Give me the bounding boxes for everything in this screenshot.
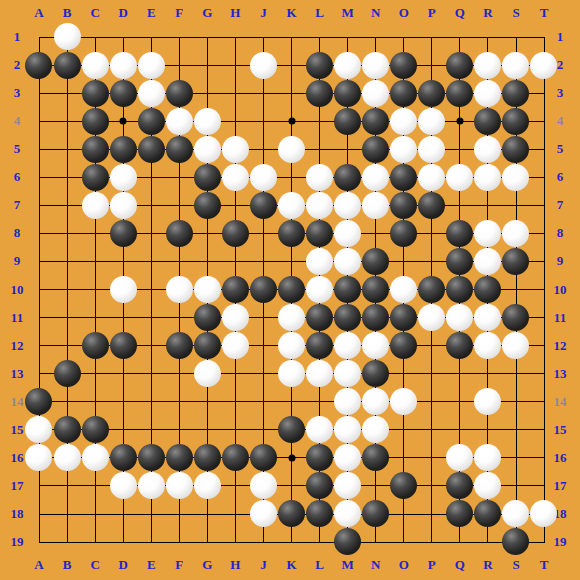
cell-B18[interactable]	[53, 500, 81, 528]
cell-C1[interactable]	[81, 23, 109, 51]
cell-A14[interactable]	[25, 388, 53, 416]
stone-white-L6[interactable]	[306, 164, 333, 191]
cell-K6[interactable]	[277, 163, 305, 191]
stone-white-N3[interactable]	[362, 80, 389, 107]
cell-P10[interactable]	[418, 275, 446, 303]
cell-O4[interactable]	[390, 107, 418, 135]
cell-N19[interactable]	[362, 528, 390, 556]
cell-F14[interactable]	[165, 388, 193, 416]
cell-L3[interactable]	[305, 79, 333, 107]
cell-H8[interactable]	[221, 219, 249, 247]
cell-S12[interactable]	[502, 331, 530, 359]
stone-white-Q16[interactable]	[446, 444, 473, 471]
stone-white-O4[interactable]	[390, 108, 417, 135]
cell-Q4[interactable]	[446, 107, 474, 135]
cell-J8[interactable]	[249, 219, 277, 247]
cell-L17[interactable]	[305, 472, 333, 500]
cell-B5[interactable]	[53, 135, 81, 163]
cell-B11[interactable]	[53, 303, 81, 331]
cell-G16[interactable]	[193, 444, 221, 472]
stone-white-C16[interactable]	[82, 444, 109, 471]
cell-T14[interactable]	[530, 388, 558, 416]
cell-N11[interactable]	[362, 303, 390, 331]
stone-black-F3[interactable]	[166, 80, 193, 107]
cell-M7[interactable]	[333, 191, 361, 219]
cell-G2[interactable]	[193, 51, 221, 79]
cell-F10[interactable]	[165, 275, 193, 303]
cell-O19[interactable]	[390, 528, 418, 556]
cell-O7[interactable]	[390, 191, 418, 219]
cell-N7[interactable]	[362, 191, 390, 219]
cell-E7[interactable]	[137, 191, 165, 219]
stone-white-N12[interactable]	[362, 332, 389, 359]
cell-B3[interactable]	[53, 79, 81, 107]
cell-F8[interactable]	[165, 219, 193, 247]
cell-P9[interactable]	[418, 247, 446, 275]
cell-R18[interactable]	[474, 500, 502, 528]
cell-D7[interactable]	[109, 191, 137, 219]
cell-E4[interactable]	[137, 107, 165, 135]
cell-M10[interactable]	[333, 275, 361, 303]
cell-L9[interactable]	[305, 247, 333, 275]
stone-white-N15[interactable]	[362, 416, 389, 443]
stone-white-L13[interactable]	[306, 360, 333, 387]
stone-black-N5[interactable]	[362, 136, 389, 163]
stone-white-J6[interactable]	[250, 164, 277, 191]
cell-O18[interactable]	[390, 500, 418, 528]
stone-black-G11[interactable]	[194, 304, 221, 331]
cell-L2[interactable]	[305, 51, 333, 79]
cell-L5[interactable]	[305, 135, 333, 163]
stone-white-R12[interactable]	[474, 332, 501, 359]
cell-K18[interactable]	[277, 500, 305, 528]
cell-D14[interactable]	[109, 388, 137, 416]
cell-T1[interactable]	[530, 23, 558, 51]
cell-A7[interactable]	[25, 191, 53, 219]
cell-T8[interactable]	[530, 219, 558, 247]
stone-black-C4[interactable]	[82, 108, 109, 135]
cell-C7[interactable]	[81, 191, 109, 219]
stone-black-N16[interactable]	[362, 444, 389, 471]
cell-K8[interactable]	[277, 219, 305, 247]
stone-white-L7[interactable]	[306, 192, 333, 219]
cell-G3[interactable]	[193, 79, 221, 107]
stone-white-N7[interactable]	[362, 192, 389, 219]
stone-black-K8[interactable]	[278, 220, 305, 247]
cell-J14[interactable]	[249, 388, 277, 416]
cell-C3[interactable]	[81, 79, 109, 107]
cell-H15[interactable]	[221, 416, 249, 444]
stone-white-T18[interactable]	[530, 500, 557, 527]
cell-C12[interactable]	[81, 331, 109, 359]
cell-P14[interactable]	[418, 388, 446, 416]
cell-E10[interactable]	[137, 275, 165, 303]
stone-black-P10[interactable]	[418, 276, 445, 303]
cell-S4[interactable]	[502, 107, 530, 135]
stone-white-G10[interactable]	[194, 276, 221, 303]
cell-R14[interactable]	[474, 388, 502, 416]
cell-O10[interactable]	[390, 275, 418, 303]
cell-R9[interactable]	[474, 247, 502, 275]
cell-O1[interactable]	[390, 23, 418, 51]
cell-J5[interactable]	[249, 135, 277, 163]
cell-T19[interactable]	[530, 528, 558, 556]
stone-white-G5[interactable]	[194, 136, 221, 163]
cell-F18[interactable]	[165, 500, 193, 528]
stone-black-M4[interactable]	[334, 108, 361, 135]
cell-O6[interactable]	[390, 163, 418, 191]
cell-F6[interactable]	[165, 163, 193, 191]
cell-F4[interactable]	[165, 107, 193, 135]
cell-D4[interactable]	[109, 107, 137, 135]
cell-P7[interactable]	[418, 191, 446, 219]
stone-black-B2[interactable]	[54, 52, 81, 79]
cell-F3[interactable]	[165, 79, 193, 107]
cell-M18[interactable]	[333, 500, 361, 528]
cell-R17[interactable]	[474, 472, 502, 500]
stone-white-C7[interactable]	[82, 192, 109, 219]
cell-C15[interactable]	[81, 416, 109, 444]
cell-T10[interactable]	[530, 275, 558, 303]
cell-H2[interactable]	[221, 51, 249, 79]
cell-T4[interactable]	[530, 107, 558, 135]
stone-black-D16[interactable]	[110, 444, 137, 471]
stone-white-G4[interactable]	[194, 108, 221, 135]
stone-white-M15[interactable]	[334, 416, 361, 443]
cell-S17[interactable]	[502, 472, 530, 500]
stone-white-C2[interactable]	[82, 52, 109, 79]
cell-Q18[interactable]	[446, 500, 474, 528]
stone-black-M11[interactable]	[334, 304, 361, 331]
cell-B9[interactable]	[53, 247, 81, 275]
cell-C10[interactable]	[81, 275, 109, 303]
stone-black-M10[interactable]	[334, 276, 361, 303]
cell-E6[interactable]	[137, 163, 165, 191]
cell-T17[interactable]	[530, 472, 558, 500]
cell-A16[interactable]	[25, 444, 53, 472]
cell-Q3[interactable]	[446, 79, 474, 107]
cell-G14[interactable]	[193, 388, 221, 416]
cell-Q10[interactable]	[446, 275, 474, 303]
cell-D3[interactable]	[109, 79, 137, 107]
cell-R1[interactable]	[474, 23, 502, 51]
cell-C6[interactable]	[81, 163, 109, 191]
cell-S7[interactable]	[502, 191, 530, 219]
stone-white-M2[interactable]	[334, 52, 361, 79]
cell-L6[interactable]	[305, 163, 333, 191]
cell-C14[interactable]	[81, 388, 109, 416]
cell-J19[interactable]	[249, 528, 277, 556]
cell-D15[interactable]	[109, 416, 137, 444]
cell-C13[interactable]	[81, 360, 109, 388]
cell-A8[interactable]	[25, 219, 53, 247]
cell-O17[interactable]	[390, 472, 418, 500]
cell-H3[interactable]	[221, 79, 249, 107]
cell-N5[interactable]	[362, 135, 390, 163]
cell-M19[interactable]	[333, 528, 361, 556]
stone-black-C5[interactable]	[82, 136, 109, 163]
stone-white-G13[interactable]	[194, 360, 221, 387]
cell-C19[interactable]	[81, 528, 109, 556]
stone-white-N14[interactable]	[362, 388, 389, 415]
cell-J16[interactable]	[249, 444, 277, 472]
cell-R11[interactable]	[474, 303, 502, 331]
cell-A5[interactable]	[25, 135, 53, 163]
stone-black-F5[interactable]	[166, 136, 193, 163]
cell-M8[interactable]	[333, 219, 361, 247]
cell-T2[interactable]	[530, 51, 558, 79]
stone-black-F16[interactable]	[166, 444, 193, 471]
cell-J6[interactable]	[249, 163, 277, 191]
cell-B2[interactable]	[53, 51, 81, 79]
cell-F7[interactable]	[165, 191, 193, 219]
stone-black-J16[interactable]	[250, 444, 277, 471]
cell-Q16[interactable]	[446, 444, 474, 472]
cell-Q17[interactable]	[446, 472, 474, 500]
cell-P1[interactable]	[418, 23, 446, 51]
cell-F9[interactable]	[165, 247, 193, 275]
cell-R4[interactable]	[474, 107, 502, 135]
cell-K5[interactable]	[277, 135, 305, 163]
cell-R13[interactable]	[474, 360, 502, 388]
stone-black-N18[interactable]	[362, 500, 389, 527]
stone-white-H11[interactable]	[222, 304, 249, 331]
cell-G19[interactable]	[193, 528, 221, 556]
cell-G4[interactable]	[193, 107, 221, 135]
cell-L18[interactable]	[305, 500, 333, 528]
cell-H16[interactable]	[221, 444, 249, 472]
cell-J9[interactable]	[249, 247, 277, 275]
stone-white-N2[interactable]	[362, 52, 389, 79]
cell-N15[interactable]	[362, 416, 390, 444]
cell-O12[interactable]	[390, 331, 418, 359]
cell-F1[interactable]	[165, 23, 193, 51]
cell-L11[interactable]	[305, 303, 333, 331]
cell-L1[interactable]	[305, 23, 333, 51]
stone-black-Q18[interactable]	[446, 500, 473, 527]
cell-A10[interactable]	[25, 275, 53, 303]
cell-K2[interactable]	[277, 51, 305, 79]
cell-N17[interactable]	[362, 472, 390, 500]
cell-E13[interactable]	[137, 360, 165, 388]
cell-S14[interactable]	[502, 388, 530, 416]
cell-Q8[interactable]	[446, 219, 474, 247]
cell-J15[interactable]	[249, 416, 277, 444]
cell-J12[interactable]	[249, 331, 277, 359]
cell-L19[interactable]	[305, 528, 333, 556]
cell-K12[interactable]	[277, 331, 305, 359]
cell-O2[interactable]	[390, 51, 418, 79]
stone-white-Q6[interactable]	[446, 164, 473, 191]
stone-white-S8[interactable]	[502, 220, 529, 247]
stone-white-H12[interactable]	[222, 332, 249, 359]
stone-white-R3[interactable]	[474, 80, 501, 107]
stone-black-Q12[interactable]	[446, 332, 473, 359]
cell-T7[interactable]	[530, 191, 558, 219]
cell-H18[interactable]	[221, 500, 249, 528]
stone-white-J18[interactable]	[250, 500, 277, 527]
stone-white-L15[interactable]	[306, 416, 333, 443]
stone-white-L10[interactable]	[306, 276, 333, 303]
stone-black-Q17[interactable]	[446, 472, 473, 499]
cell-F16[interactable]	[165, 444, 193, 472]
stone-white-K5[interactable]	[278, 136, 305, 163]
stone-black-R18[interactable]	[474, 500, 501, 527]
stone-white-R17[interactable]	[474, 472, 501, 499]
cell-S9[interactable]	[502, 247, 530, 275]
cell-G17[interactable]	[193, 472, 221, 500]
cell-P18[interactable]	[418, 500, 446, 528]
cell-M16[interactable]	[333, 444, 361, 472]
cell-H7[interactable]	[221, 191, 249, 219]
stone-black-L12[interactable]	[306, 332, 333, 359]
cell-C18[interactable]	[81, 500, 109, 528]
cell-Q1[interactable]	[446, 23, 474, 51]
cell-J11[interactable]	[249, 303, 277, 331]
cell-D5[interactable]	[109, 135, 137, 163]
cell-Q12[interactable]	[446, 331, 474, 359]
cell-R10[interactable]	[474, 275, 502, 303]
stone-black-D5[interactable]	[110, 136, 137, 163]
cell-K1[interactable]	[277, 23, 305, 51]
stone-black-O6[interactable]	[390, 164, 417, 191]
stone-black-K15[interactable]	[278, 416, 305, 443]
cell-E1[interactable]	[137, 23, 165, 51]
cell-N13[interactable]	[362, 360, 390, 388]
stone-black-O2[interactable]	[390, 52, 417, 79]
cell-P2[interactable]	[418, 51, 446, 79]
stone-white-R14[interactable]	[474, 388, 501, 415]
cell-Q5[interactable]	[446, 135, 474, 163]
cell-P11[interactable]	[418, 303, 446, 331]
stone-black-Q9[interactable]	[446, 248, 473, 275]
stone-white-B1[interactable]	[54, 23, 81, 50]
cell-R16[interactable]	[474, 444, 502, 472]
stone-black-M19[interactable]	[334, 528, 361, 555]
stone-black-O3[interactable]	[390, 80, 417, 107]
cell-B1[interactable]	[53, 23, 81, 51]
stone-white-D7[interactable]	[110, 192, 137, 219]
stone-black-K18[interactable]	[278, 500, 305, 527]
cell-Q15[interactable]	[446, 416, 474, 444]
cell-P6[interactable]	[418, 163, 446, 191]
stone-white-K7[interactable]	[278, 192, 305, 219]
stone-white-H6[interactable]	[222, 164, 249, 191]
stone-black-M6[interactable]	[334, 164, 361, 191]
cell-E12[interactable]	[137, 331, 165, 359]
stone-black-G6[interactable]	[194, 164, 221, 191]
cell-K9[interactable]	[277, 247, 305, 275]
cell-H6[interactable]	[221, 163, 249, 191]
cell-E2[interactable]	[137, 51, 165, 79]
stone-white-D10[interactable]	[110, 276, 137, 303]
cell-F5[interactable]	[165, 135, 193, 163]
cell-H11[interactable]	[221, 303, 249, 331]
cell-B16[interactable]	[53, 444, 81, 472]
stone-white-M16[interactable]	[334, 444, 361, 471]
stone-white-S12[interactable]	[502, 332, 529, 359]
stone-white-K12[interactable]	[278, 332, 305, 359]
cell-M13[interactable]	[333, 360, 361, 388]
stone-white-E2[interactable]	[138, 52, 165, 79]
cell-N18[interactable]	[362, 500, 390, 528]
cell-C16[interactable]	[81, 444, 109, 472]
cell-M2[interactable]	[333, 51, 361, 79]
stone-white-S2[interactable]	[502, 52, 529, 79]
cell-M6[interactable]	[333, 163, 361, 191]
stone-black-N13[interactable]	[362, 360, 389, 387]
cell-E5[interactable]	[137, 135, 165, 163]
stone-white-S18[interactable]	[502, 500, 529, 527]
stone-white-N6[interactable]	[362, 164, 389, 191]
cell-C5[interactable]	[81, 135, 109, 163]
stone-black-S11[interactable]	[502, 304, 529, 331]
stone-white-B16[interactable]	[54, 444, 81, 471]
cell-J7[interactable]	[249, 191, 277, 219]
stone-black-S19[interactable]	[502, 528, 529, 555]
stone-white-M12[interactable]	[334, 332, 361, 359]
stone-white-R11[interactable]	[474, 304, 501, 331]
stone-black-O17[interactable]	[390, 472, 417, 499]
cell-H19[interactable]	[221, 528, 249, 556]
stone-black-L18[interactable]	[306, 500, 333, 527]
cell-B17[interactable]	[53, 472, 81, 500]
cell-P17[interactable]	[418, 472, 446, 500]
cell-R8[interactable]	[474, 219, 502, 247]
cell-G8[interactable]	[193, 219, 221, 247]
cell-B10[interactable]	[53, 275, 81, 303]
cell-B12[interactable]	[53, 331, 81, 359]
stone-white-M13[interactable]	[334, 360, 361, 387]
stone-white-O10[interactable]	[390, 276, 417, 303]
cell-L16[interactable]	[305, 444, 333, 472]
cell-O15[interactable]	[390, 416, 418, 444]
cell-M5[interactable]	[333, 135, 361, 163]
stone-black-O11[interactable]	[390, 304, 417, 331]
cell-N14[interactable]	[362, 388, 390, 416]
cell-T16[interactable]	[530, 444, 558, 472]
cell-F2[interactable]	[165, 51, 193, 79]
cell-G10[interactable]	[193, 275, 221, 303]
stone-black-O12[interactable]	[390, 332, 417, 359]
cell-A9[interactable]	[25, 247, 53, 275]
cell-T5[interactable]	[530, 135, 558, 163]
cell-E16[interactable]	[137, 444, 165, 472]
cell-N12[interactable]	[362, 331, 390, 359]
stone-white-M14[interactable]	[334, 388, 361, 415]
cell-Q13[interactable]	[446, 360, 474, 388]
cell-E9[interactable]	[137, 247, 165, 275]
cell-N8[interactable]	[362, 219, 390, 247]
cell-P19[interactable]	[418, 528, 446, 556]
cell-Q7[interactable]	[446, 191, 474, 219]
stone-black-G16[interactable]	[194, 444, 221, 471]
stone-black-Q8[interactable]	[446, 220, 473, 247]
cell-G1[interactable]	[193, 23, 221, 51]
cell-H12[interactable]	[221, 331, 249, 359]
cell-O16[interactable]	[390, 444, 418, 472]
cell-A12[interactable]	[25, 331, 53, 359]
cell-L4[interactable]	[305, 107, 333, 135]
stone-black-H16[interactable]	[222, 444, 249, 471]
cell-D10[interactable]	[109, 275, 137, 303]
stone-black-G12[interactable]	[194, 332, 221, 359]
cell-A2[interactable]	[25, 51, 53, 79]
cell-J18[interactable]	[249, 500, 277, 528]
cell-J1[interactable]	[249, 23, 277, 51]
stone-black-J7[interactable]	[250, 192, 277, 219]
stone-black-A2[interactable]	[25, 52, 52, 79]
